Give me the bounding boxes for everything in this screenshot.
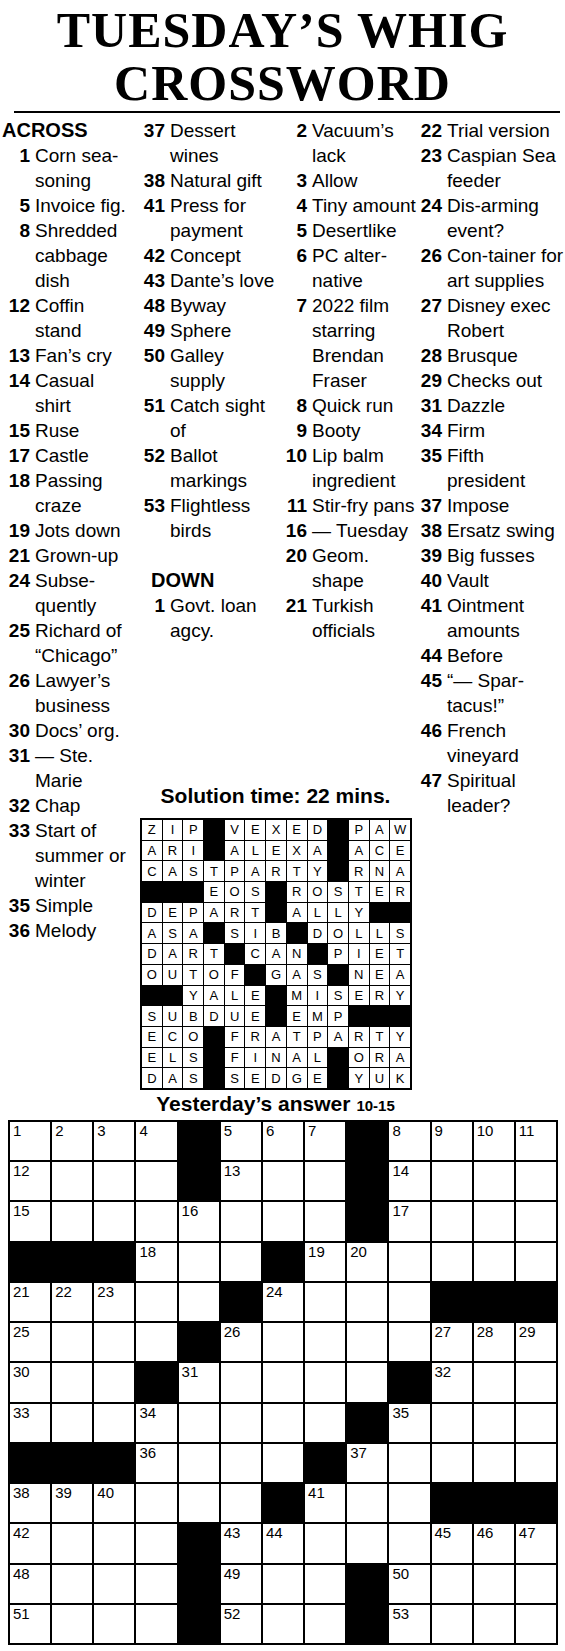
grid-cell[interactable]: 7	[305, 1122, 345, 1160]
answer-cell: Z	[142, 820, 162, 840]
grid-cell[interactable]	[474, 1404, 514, 1442]
clue-text: Fan’s cry	[35, 343, 134, 368]
clue-number: 52	[137, 443, 170, 493]
clue-text: Vacuum’s lack	[312, 118, 416, 168]
answer-cell: A	[183, 923, 203, 943]
grid-cell[interactable]	[136, 1605, 176, 1643]
answer-cell: G	[266, 965, 286, 985]
grid-cell[interactable]: 29	[516, 1323, 556, 1361]
grid-cell[interactable]	[263, 1363, 303, 1401]
grid-cell[interactable]: 21	[10, 1283, 50, 1321]
answer-cell: O	[349, 1048, 369, 1068]
grid-cell[interactable]	[389, 1243, 429, 1281]
grid-cell[interactable]	[263, 1444, 303, 1482]
clue-number: 22	[414, 118, 447, 143]
clue-text: Grown-up	[35, 543, 134, 568]
grid-cell[interactable]	[94, 1323, 134, 1361]
across-clues-1-36: 1Corn sea-soning5Invoice fig.8Shredded c…	[2, 143, 134, 943]
clue-number: 35	[414, 443, 447, 493]
cell-number: 45	[435, 1525, 452, 1541]
grid-cell[interactable]	[52, 1404, 92, 1442]
grid-cell[interactable]	[136, 1484, 176, 1522]
answer-cell: C	[142, 861, 162, 881]
grid-cell[interactable]: 11	[516, 1122, 556, 1160]
grid-cell[interactable]	[305, 1565, 345, 1603]
cell-number: 12	[13, 1163, 30, 1179]
answer-cell: U	[225, 1006, 245, 1026]
answer-cell: L	[308, 1048, 328, 1068]
grid-cell[interactable]: 15	[10, 1202, 50, 1240]
cell-number: 9	[435, 1123, 443, 1139]
grid-cell[interactable]: 14	[389, 1162, 429, 1200]
grid-cell[interactable]: 2	[52, 1122, 92, 1160]
answer-cell: L	[245, 841, 265, 861]
grid-cell[interactable]: 24	[263, 1283, 303, 1321]
answer-cell: R	[349, 861, 369, 881]
grid-cell[interactable]	[347, 1323, 387, 1361]
answer-cell: T	[204, 944, 224, 964]
grid-cell[interactable]	[52, 1605, 92, 1643]
clue-number: 20	[279, 543, 312, 593]
clue-text: Corn sea-soning	[35, 143, 134, 193]
answer-cell: P	[328, 944, 348, 964]
black-square	[516, 1484, 556, 1522]
clue-text: Chap	[35, 793, 134, 818]
grid-cell[interactable]	[52, 1323, 92, 1361]
clue-text: Natural gift	[170, 168, 277, 193]
cell-number: 5	[224, 1123, 232, 1139]
clue-down-47: 47Spiritual leader?	[414, 768, 565, 818]
grid-cell[interactable]	[432, 1404, 472, 1442]
grid-cell[interactable]: 20	[347, 1243, 387, 1281]
clue-text: Disney exec Robert	[447, 293, 565, 343]
cell-number: 46	[477, 1525, 494, 1541]
title-line-2: CROSSWORD	[0, 57, 565, 110]
grid-cell[interactable]	[474, 1605, 514, 1643]
grid-cell[interactable]	[263, 1565, 303, 1603]
grid-cell[interactable]: 34	[136, 1404, 176, 1442]
cell-number: 24	[266, 1284, 283, 1300]
clue-down-7: 72022 film starring Brendan Fraser	[279, 293, 416, 393]
grid-cell[interactable]	[347, 1363, 387, 1401]
black-square	[179, 1605, 219, 1643]
clue-text: Vault	[447, 568, 565, 593]
grid-cell[interactable]	[136, 1283, 176, 1321]
grid-cell[interactable]	[305, 1605, 345, 1643]
clue-across-15: 15Ruse	[2, 418, 134, 443]
grid-cell[interactable]	[432, 1243, 472, 1281]
clue-text: Allow	[312, 168, 416, 193]
grid-cell[interactable]: 19	[305, 1243, 345, 1281]
grid-cell[interactable]	[263, 1605, 303, 1643]
grid-cell[interactable]	[347, 1524, 387, 1562]
grid-cell[interactable]	[432, 1605, 472, 1643]
grid-cell[interactable]: 26	[221, 1323, 261, 1361]
grid-cell[interactable]: 6	[263, 1122, 303, 1160]
clue-text: Flightless birds	[170, 493, 277, 543]
black-square	[10, 1243, 50, 1281]
clue-text: Byway	[170, 293, 277, 318]
black-square	[474, 1283, 514, 1321]
answer-black-square	[204, 923, 224, 943]
grid-cell[interactable]: 30	[10, 1363, 50, 1401]
clue-number: 14	[2, 368, 35, 418]
grid-cell[interactable]	[516, 1605, 556, 1643]
grid-cell[interactable]	[389, 1323, 429, 1361]
grid-cell[interactable]: 9	[432, 1122, 472, 1160]
grid-cell[interactable]	[94, 1605, 134, 1643]
clue-number: 5	[279, 218, 312, 243]
clue-text: Press for payment	[170, 193, 277, 243]
down-header: DOWN	[137, 568, 277, 593]
grid-cell[interactable]	[263, 1202, 303, 1240]
clue-across-24: 24Subse-quently	[2, 568, 134, 618]
cell-number: 13	[224, 1163, 241, 1179]
clue-across-12: 12Coffin stand	[2, 293, 134, 343]
answer-cell: U	[163, 965, 183, 985]
page-title: TUESDAY’S WHIG CROSSWORD	[0, 4, 565, 110]
grid-cell[interactable]: 41	[305, 1484, 345, 1522]
grid-cell[interactable]	[474, 1162, 514, 1200]
clue-number: 37	[137, 118, 170, 168]
cell-number: 25	[13, 1324, 30, 1340]
grid-cell[interactable]	[516, 1243, 556, 1281]
grid-cell[interactable]: 12	[10, 1162, 50, 1200]
black-square	[179, 1323, 219, 1361]
cell-number: 27	[435, 1324, 452, 1340]
grid-cell[interactable]	[136, 1202, 176, 1240]
clue-down-44: 44Before	[414, 643, 565, 668]
clue-across-30: 30Docs’ org.	[2, 718, 134, 743]
clue-number: 8	[2, 218, 35, 293]
grid-cell[interactable]: 32	[432, 1363, 472, 1401]
answer-cell: D	[204, 1006, 224, 1026]
answer-cell: P	[225, 861, 245, 881]
grid-cell[interactable]: 27	[432, 1323, 472, 1361]
grid-cell[interactable]	[305, 1323, 345, 1361]
grid-cell[interactable]	[221, 1202, 261, 1240]
grid-cell[interactable]	[516, 1202, 556, 1240]
cell-number: 17	[392, 1203, 409, 1219]
answer-black-square	[266, 1006, 286, 1026]
answer-black-square	[287, 923, 307, 943]
answer-black-square	[266, 986, 286, 1006]
clue-down-24: 24Dis-arming event?	[414, 193, 565, 243]
grid-cell[interactable]	[474, 1202, 514, 1240]
clue-down-4: 4Tiny amount	[279, 193, 416, 218]
grid-cell[interactable]: 50	[389, 1565, 429, 1603]
grid-cell[interactable]: 44	[263, 1524, 303, 1562]
answer-cell: O	[142, 965, 162, 985]
grid-cell[interactable]: 46	[474, 1524, 514, 1562]
grid-cell[interactable]: 43	[221, 1524, 261, 1562]
answer-cell: E	[308, 1068, 328, 1088]
grid-cell[interactable]	[432, 1444, 472, 1482]
grid-cell[interactable]: 31	[179, 1363, 219, 1401]
answer-cell: A	[245, 861, 265, 881]
grid-cell[interactable]: 37	[347, 1444, 387, 1482]
answer-black-square	[204, 1068, 224, 1088]
clue-text: Geom. shape	[312, 543, 416, 593]
answer-cell: S	[183, 1068, 203, 1088]
grid-cell[interactable]	[305, 1202, 345, 1240]
answer-cell: A	[287, 965, 307, 985]
answer-cell: E	[349, 986, 369, 1006]
grid-cell[interactable]: 1	[10, 1122, 50, 1160]
grid-cell[interactable]: 13	[221, 1162, 261, 1200]
black-square	[10, 1444, 50, 1482]
answer-cell: S	[308, 965, 328, 985]
black-square	[179, 1565, 219, 1603]
grid-cell[interactable]	[136, 1565, 176, 1603]
answer-cell: T	[287, 1027, 307, 1047]
grid-cell[interactable]: 35	[389, 1404, 429, 1442]
grid-cell[interactable]: 48	[10, 1565, 50, 1603]
grid-cell[interactable]: 38	[10, 1484, 50, 1522]
answer-black-square	[390, 1006, 410, 1026]
clue-number: 31	[414, 393, 447, 418]
grid-cell[interactable]	[516, 1363, 556, 1401]
clue-text: Ruse	[35, 418, 134, 443]
clue-number: 41	[137, 193, 170, 243]
clue-number: 1	[2, 143, 35, 193]
answer-cell: R	[349, 1027, 369, 1047]
grid-cell[interactable]	[305, 1524, 345, 1562]
grid-cell[interactable]	[389, 1283, 429, 1321]
clue-across-48: 48Byway	[137, 293, 277, 318]
grid-cell[interactable]: 42	[10, 1524, 50, 1562]
down-clues-22-47: 22Trial version23Caspian Sea feeder24Dis…	[414, 118, 565, 818]
grid-cell[interactable]: 49	[221, 1565, 261, 1603]
clue-number: 44	[414, 643, 447, 668]
grid-cell[interactable]	[179, 1283, 219, 1321]
grid-cell[interactable]	[305, 1162, 345, 1200]
answer-cell: D	[308, 820, 328, 840]
grid-cell[interactable]	[474, 1363, 514, 1401]
black-square	[136, 1363, 176, 1401]
clue-number: 37	[414, 493, 447, 518]
grid-cell[interactable]: 23	[94, 1283, 134, 1321]
grid-cell[interactable]	[305, 1283, 345, 1321]
answer-black-square	[390, 903, 410, 923]
grid-cell[interactable]	[516, 1565, 556, 1603]
grid-cell[interactable]	[221, 1484, 261, 1522]
grid-cell[interactable]	[305, 1404, 345, 1442]
clue-text: Sphere	[170, 318, 277, 343]
grid-cell[interactable]: 3	[94, 1122, 134, 1160]
grid-cell[interactable]	[179, 1484, 219, 1522]
grid-cell[interactable]	[136, 1323, 176, 1361]
cell-number: 22	[55, 1284, 72, 1300]
answer-black-square	[204, 841, 224, 861]
cell-number: 14	[392, 1163, 409, 1179]
answer-black-square	[370, 1006, 390, 1026]
grid-cell[interactable]: 18	[136, 1243, 176, 1281]
grid-cell[interactable]	[221, 1404, 261, 1442]
clue-across-38: 38Natural gift	[137, 168, 277, 193]
grid-cell[interactable]	[389, 1444, 429, 1482]
black-square	[179, 1122, 219, 1160]
answer-cell: E	[266, 841, 286, 861]
answer-cell: A	[287, 903, 307, 923]
grid-cell[interactable]: 17	[389, 1202, 429, 1240]
cell-number: 8	[392, 1123, 400, 1139]
grid-cell[interactable]	[432, 1162, 472, 1200]
black-square	[347, 1202, 387, 1240]
answer-cell: S	[163, 923, 183, 943]
grid-cell[interactable]	[52, 1363, 92, 1401]
grid-cell[interactable]	[94, 1162, 134, 1200]
answer-cell: C	[245, 944, 265, 964]
cell-number: 11	[519, 1123, 535, 1139]
grid-cell[interactable]: 39	[52, 1484, 92, 1522]
answer-cell: B	[266, 923, 286, 943]
clue-column-2: 37Dessert wines38Natural gift41Press for…	[137, 118, 277, 643]
grid-cell[interactable]	[94, 1524, 134, 1562]
answer-cell: S	[328, 986, 348, 1006]
grid-cell[interactable]	[94, 1565, 134, 1603]
grid-cell[interactable]	[221, 1444, 261, 1482]
title-line-1: TUESDAY’S WHIG	[0, 4, 565, 57]
grid-cell[interactable]: 10	[474, 1122, 514, 1160]
answer-cell: Y	[349, 903, 369, 923]
clue-text: PC alter-native	[312, 243, 416, 293]
grid-cell[interactable]	[305, 1363, 345, 1401]
grid-cell[interactable]	[136, 1162, 176, 1200]
clue-number: 40	[414, 568, 447, 593]
grid-cell[interactable]	[516, 1404, 556, 1442]
clue-number: 46	[414, 718, 447, 768]
clue-text: Con-tainer for art supplies	[447, 243, 565, 293]
clue-number: 27	[414, 293, 447, 343]
grid-cell[interactable]	[263, 1323, 303, 1361]
answer-cell: I	[349, 944, 369, 964]
grid-cell[interactable]	[432, 1565, 472, 1603]
grid-cell[interactable]	[474, 1565, 514, 1603]
grid-cell[interactable]: 53	[389, 1605, 429, 1643]
across-header: ACROSS	[2, 118, 134, 143]
clue-number: 12	[2, 293, 35, 343]
grid-cell[interactable]: 36	[136, 1444, 176, 1482]
answer-cell: O	[204, 965, 224, 985]
grid-cell[interactable]: 51	[10, 1605, 50, 1643]
grid-cell[interactable]	[389, 1524, 429, 1562]
answer-black-square	[328, 861, 348, 881]
grid-cell[interactable]	[347, 1283, 387, 1321]
solution-time-label: Solution time: 22 mins.	[128, 784, 423, 808]
answer-cell: R	[225, 903, 245, 923]
answer-cell: E	[245, 820, 265, 840]
cell-number: 41	[308, 1485, 325, 1501]
grid-cell[interactable]	[52, 1524, 92, 1562]
black-square	[94, 1243, 134, 1281]
clue-across-37: 37Dessert wines	[137, 118, 277, 168]
black-square	[389, 1363, 429, 1401]
grid-cell[interactable]	[263, 1162, 303, 1200]
grid-cell[interactable]	[516, 1162, 556, 1200]
clue-text: Dazzle	[447, 393, 565, 418]
answer-cell: A	[266, 1027, 286, 1047]
grid-cell[interactable]: 25	[10, 1323, 50, 1361]
answer-cell: E	[245, 1006, 265, 1026]
grid-cell[interactable]	[94, 1363, 134, 1401]
grid-cell[interactable]: 52	[221, 1605, 261, 1643]
grid-cell[interactable]	[263, 1404, 303, 1442]
answer-cell: I	[183, 841, 203, 861]
grid-cell[interactable]: 16	[179, 1202, 219, 1240]
cell-number: 19	[308, 1244, 325, 1260]
clue-down-9: 9Booty	[279, 418, 416, 443]
clue-text: Quick run	[312, 393, 416, 418]
clue-number: 24	[414, 193, 447, 243]
black-square	[221, 1283, 261, 1321]
grid-cell[interactable]	[94, 1404, 134, 1442]
answer-cell: T	[183, 965, 203, 985]
answer-cell: E	[287, 1006, 307, 1026]
grid-cell[interactable]: 8	[389, 1122, 429, 1160]
clue-number: 9	[279, 418, 312, 443]
grid-cell[interactable]	[474, 1444, 514, 1482]
answer-cell: U	[163, 1006, 183, 1026]
grid-cell[interactable]	[389, 1484, 429, 1522]
grid-cell[interactable]	[52, 1162, 92, 1200]
clue-across-50: 50Galley supply	[137, 343, 277, 393]
grid-cell[interactable]	[474, 1243, 514, 1281]
cell-number: 10	[477, 1123, 494, 1139]
grid-cell[interactable]: 33	[10, 1404, 50, 1442]
answer-cell: A	[142, 923, 162, 943]
grid-cell[interactable]: 22	[52, 1283, 92, 1321]
down-clues-2-21: 2Vacuum’s lack3Allow4Tiny amount5Desertl…	[279, 118, 416, 643]
grid-cell[interactable]	[52, 1202, 92, 1240]
black-square	[347, 1605, 387, 1643]
grid-cell[interactable]	[179, 1444, 219, 1482]
answer-cell: L	[328, 903, 348, 923]
grid-cell[interactable]	[52, 1565, 92, 1603]
grid-cell[interactable]: 45	[432, 1524, 472, 1562]
grid-cell[interactable]	[221, 1243, 261, 1281]
grid-cell[interactable]	[179, 1243, 219, 1281]
clue-text: Govt. loan agcy.	[170, 593, 277, 643]
clue-number: 11	[279, 493, 312, 518]
answer-cell: Y	[183, 986, 203, 1006]
grid-cell[interactable]	[136, 1524, 176, 1562]
grid-cell[interactable]	[347, 1484, 387, 1522]
answer-cell: A	[328, 1027, 348, 1047]
answer-cell: L	[308, 903, 328, 923]
grid-cell[interactable]	[221, 1363, 261, 1401]
clue-across-5: 5Invoice fig.	[2, 193, 134, 218]
grid-cell[interactable]: 4	[136, 1122, 176, 1160]
grid-cell[interactable]	[432, 1202, 472, 1240]
grid-cell[interactable]: 5	[221, 1122, 261, 1160]
cell-number: 35	[392, 1405, 409, 1421]
grid-cell[interactable]	[179, 1404, 219, 1442]
answer-cell: F	[225, 1027, 245, 1047]
black-square	[516, 1283, 556, 1321]
clue-number: 28	[414, 343, 447, 368]
grid-cell[interactable]	[94, 1202, 134, 1240]
clue-down-16: 16— Tuesday	[279, 518, 416, 543]
grid-cell[interactable]: 47	[516, 1524, 556, 1562]
grid-cell[interactable]: 40	[94, 1484, 134, 1522]
answer-cell: R	[266, 861, 286, 881]
answer-cell: I	[245, 1048, 265, 1068]
clue-text: Subse-quently	[35, 568, 134, 618]
grid-cell[interactable]	[516, 1444, 556, 1482]
answer-cell: O	[225, 882, 245, 902]
grid-cell[interactable]: 28	[474, 1323, 514, 1361]
